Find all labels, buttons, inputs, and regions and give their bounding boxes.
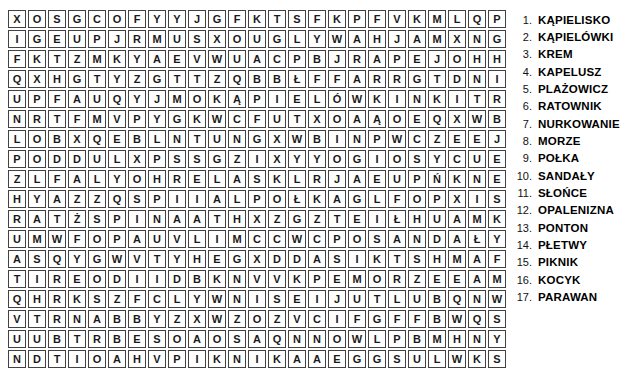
grid-cell-r10-c8[interactable]: P [148,190,166,208]
grid-cell-r10-c12[interactable]: L [228,190,246,208]
grid-cell-r4-c6[interactable]: Y [108,70,126,88]
grid-cell-r18-c22[interactable]: L [428,350,446,368]
grid-cell-r17-c23[interactable]: H [448,330,466,348]
grid-cell-r1-c16[interactable]: F [308,10,326,28]
grid-cell-r2-c1[interactable]: I [8,30,26,48]
grid-cell-r5-c4[interactable]: A [68,90,86,108]
grid-cell-r9-c21[interactable]: P [408,170,426,188]
grid-cell-r7-c19[interactable]: P [368,130,386,148]
grid-cell-r3-c22[interactable]: J [428,50,446,68]
grid-cell-r15-c15[interactable]: E [288,290,306,308]
grid-cell-r5-c15[interactable]: E [288,90,306,108]
grid-cell-r11-c20[interactable]: Ł [388,210,406,228]
grid-cell-r5-c8[interactable]: J [148,90,166,108]
grid-cell-r11-c4[interactable]: Ż [68,210,86,228]
grid-cell-r9-c3[interactable]: F [48,170,66,188]
grid-cell-r4-c12[interactable]: Q [228,70,246,88]
grid-cell-r5-c22[interactable]: K [428,90,446,108]
grid-cell-r1-c19[interactable]: F [368,10,386,28]
grid-cell-r12-c11[interactable]: I [208,230,226,248]
grid-cell-r10-c25[interactable]: S [488,190,506,208]
grid-cell-r17-c1[interactable]: U [8,330,26,348]
grid-cell-r7-c6[interactable]: E [108,130,126,148]
grid-cell-r3-c8[interactable]: A [148,50,166,68]
grid-cell-r2-c20[interactable]: J [388,30,406,48]
grid-cell-r8-c15[interactable]: Y [288,150,306,168]
grid-cell-r17-c11[interactable]: O [208,330,226,348]
grid-cell-r16-c17[interactable]: I [328,310,346,328]
grid-cell-r17-c13[interactable]: A [248,330,266,348]
grid-cell-r13-c19[interactable]: K [368,250,386,268]
grid-cell-r3-c6[interactable]: K [108,50,126,68]
grid-cell-r13-c10[interactable]: H [188,250,206,268]
grid-cell-r7-c13[interactable]: G [248,130,266,148]
grid-cell-r4-c17[interactable]: F [328,70,346,88]
grid-cell-r16-c20[interactable]: F [388,310,406,328]
grid-cell-r14-c24[interactable]: A [468,270,486,288]
grid-cell-r12-c18[interactable]: O [348,230,366,248]
grid-cell-r6-c22[interactable]: Q [428,110,446,128]
grid-cell-r2-c25[interactable]: G [488,30,506,48]
grid-cell-r7-c1[interactable]: L [8,130,26,148]
grid-cell-r13-c12[interactable]: G [228,250,246,268]
grid-cell-r6-c24[interactable]: W [468,110,486,128]
grid-cell-r4-c13[interactable]: B [248,70,266,88]
grid-cell-r1-c7[interactable]: F [128,10,146,28]
grid-cell-r10-c21[interactable]: O [408,190,426,208]
grid-cell-r16-c5[interactable]: A [88,310,106,328]
grid-cell-r8-c19[interactable]: I [368,150,386,168]
grid-cell-r16-c24[interactable]: Q [468,310,486,328]
grid-cell-r9-c15[interactable]: L [288,170,306,188]
grid-cell-r9-c14[interactable]: K [268,170,286,188]
grid-cell-r16-c7[interactable]: B [128,310,146,328]
grid-cell-r7-c17[interactable]: I [328,130,346,148]
grid-cell-r15-c13[interactable]: I [248,290,266,308]
grid-cell-r4-c15[interactable]: Ł [288,70,306,88]
grid-cell-r9-c25[interactable]: E [488,170,506,188]
grid-cell-r9-c20[interactable]: U [388,170,406,188]
grid-cell-r14-c17[interactable]: E [328,270,346,288]
grid-cell-r1-c4[interactable]: G [68,10,86,28]
grid-cell-r14-c14[interactable]: V [268,270,286,288]
grid-cell-r2-c9[interactable]: U [168,30,186,48]
grid-cell-r1-c24[interactable]: Q [468,10,486,28]
grid-cell-r10-c4[interactable]: Z [68,190,86,208]
grid-cell-r4-c5[interactable]: T [88,70,106,88]
grid-cell-r11-c15[interactable]: G [288,210,306,228]
grid-cell-r6-c15[interactable]: T [288,110,306,128]
grid-cell-r13-c16[interactable]: A [308,250,326,268]
grid-cell-r14-c11[interactable]: K [208,270,226,288]
grid-cell-r1-c11[interactable]: G [208,10,226,28]
grid-cell-r16-c4[interactable]: N [68,310,86,328]
grid-cell-r13-c3[interactable]: Q [48,250,66,268]
grid-cell-r12-c23[interactable]: A [448,230,466,248]
grid-cell-r2-c2[interactable]: G [28,30,46,48]
grid-cell-r15-c14[interactable]: S [268,290,286,308]
grid-cell-r11-c16[interactable]: Z [308,210,326,228]
grid-cell-r16-c23[interactable]: W [448,310,466,328]
grid-cell-r12-c3[interactable]: W [48,230,66,248]
grid-cell-r8-c18[interactable]: G [348,150,366,168]
grid-cell-r17-c9[interactable]: O [168,330,186,348]
grid-cell-r12-c25[interactable]: Y [488,230,506,248]
grid-cell-r17-c18[interactable]: W [348,330,366,348]
grid-cell-r9-c19[interactable]: E [368,170,386,188]
grid-cell-r5-c17[interactable]: Ó [328,90,346,108]
grid-cell-r6-c7[interactable]: P [128,110,146,128]
grid-cell-r10-c13[interactable]: P [248,190,266,208]
grid-cell-r12-c21[interactable]: N [408,230,426,248]
grid-cell-r1-c5[interactable]: C [88,10,106,28]
grid-cell-r12-c6[interactable]: P [108,230,126,248]
grid-cell-r4-c16[interactable]: F [308,70,326,88]
grid-cell-r6-c11[interactable]: W [208,110,226,128]
grid-cell-r15-c24[interactable]: N [468,290,486,308]
grid-cell-r11-c2[interactable]: A [28,210,46,228]
grid-cell-r9-c10[interactable]: E [188,170,206,188]
grid-cell-r6-c20[interactable]: O [388,110,406,128]
grid-cell-r7-c16[interactable]: B [308,130,326,148]
grid-cell-r11-c12[interactable]: H [228,210,246,228]
grid-cell-r5-c6[interactable]: Q [108,90,126,108]
grid-cell-r7-c5[interactable]: Q [88,130,106,148]
grid-cell-r10-c5[interactable]: Z [88,190,106,208]
grid-cell-r11-c24[interactable]: M [468,210,486,228]
grid-cell-r13-c25[interactable]: F [488,250,506,268]
grid-cell-r10-c19[interactable]: L [368,190,386,208]
grid-cell-r14-c2[interactable]: I [28,270,46,288]
grid-cell-r5-c3[interactable]: F [48,90,66,108]
grid-cell-r16-c13[interactable]: O [248,310,266,328]
grid-cell-r6-c19[interactable]: Ą [368,110,386,128]
grid-cell-r12-c14[interactable]: C [268,230,286,248]
grid-cell-r9-c18[interactable]: A [348,170,366,188]
grid-cell-r11-c3[interactable]: T [48,210,66,228]
grid-cell-r1-c15[interactable]: S [288,10,306,28]
grid-cell-r2-c19[interactable]: H [368,30,386,48]
grid-cell-r7-c22[interactable]: Z [428,130,446,148]
grid-cell-r8-c14[interactable]: X [268,150,286,168]
grid-cell-r1-c6[interactable]: O [108,10,126,28]
grid-cell-r10-c15[interactable]: Ł [288,190,306,208]
grid-cell-r5-c10[interactable]: O [188,90,206,108]
grid-cell-r11-c13[interactable]: X [248,210,266,228]
grid-cell-r1-c20[interactable]: V [388,10,406,28]
grid-cell-r3-c1[interactable]: F [8,50,26,68]
grid-cell-r13-c22[interactable]: H [428,250,446,268]
grid-cell-r9-c17[interactable]: J [328,170,346,188]
grid-cell-r9-c12[interactable]: A [228,170,246,188]
grid-cell-r9-c11[interactable]: L [208,170,226,188]
grid-cell-r2-c23[interactable]: X [448,30,466,48]
grid-cell-r11-c6[interactable]: P [108,210,126,228]
grid-cell-r10-c23[interactable]: X [448,190,466,208]
grid-cell-r16-c9[interactable]: Z [168,310,186,328]
grid-cell-r12-c7[interactable]: A [128,230,146,248]
grid-cell-r13-c13[interactable]: X [248,250,266,268]
grid-cell-r3-c10[interactable]: V [188,50,206,68]
grid-cell-r18-c25[interactable]: S [488,350,506,368]
grid-cell-r7-c20[interactable]: W [388,130,406,148]
grid-cell-r16-c1[interactable]: V [8,310,26,328]
grid-cell-r11-c8[interactable]: N [148,210,166,228]
grid-cell-r15-c7[interactable]: F [128,290,146,308]
grid-cell-r17-c5[interactable]: R [88,330,106,348]
grid-cell-r3-c4[interactable]: Z [68,50,86,68]
grid-cell-r3-c18[interactable]: R [348,50,366,68]
grid-cell-r2-c18[interactable]: A [348,30,366,48]
grid-cell-r18-c5[interactable]: O [88,350,106,368]
grid-cell-r6-c5[interactable]: M [88,110,106,128]
grid-cell-r16-c21[interactable]: F [408,310,426,328]
grid-cell-r16-c22[interactable]: B [428,310,446,328]
grid-cell-r9-c1[interactable]: Z [8,170,26,188]
grid-cell-r8-c22[interactable]: Y [428,150,446,168]
grid-cell-r17-c14[interactable]: Q [268,330,286,348]
grid-cell-r1-c10[interactable]: J [188,10,206,28]
grid-cell-r4-c3[interactable]: H [48,70,66,88]
grid-cell-r14-c10[interactable]: B [188,270,206,288]
grid-cell-r13-c15[interactable]: D [288,250,306,268]
grid-cell-r9-c13[interactable]: S [248,170,266,188]
grid-cell-r17-c7[interactable]: E [128,330,146,348]
grid-cell-r9-c6[interactable]: Y [108,170,126,188]
grid-cell-r9-c2[interactable]: L [28,170,46,188]
grid-cell-r8-c2[interactable]: O [28,150,46,168]
grid-cell-r10-c14[interactable]: O [268,190,286,208]
grid-cell-r10-c18[interactable]: G [348,190,366,208]
grid-cell-r18-c2[interactable]: D [28,350,46,368]
grid-cell-r16-c12[interactable]: Z [228,310,246,328]
grid-cell-r8-c21[interactable]: S [408,150,426,168]
grid-cell-r11-c21[interactable]: H [408,210,426,228]
grid-cell-r17-c10[interactable]: A [188,330,206,348]
grid-cell-r3-c17[interactable]: J [328,50,346,68]
grid-cell-r5-c24[interactable]: T [468,90,486,108]
grid-cell-r3-c21[interactable]: E [408,50,426,68]
grid-cell-r12-c9[interactable]: V [168,230,186,248]
grid-cell-r1-c18[interactable]: P [348,10,366,28]
grid-cell-r12-c8[interactable]: U [148,230,166,248]
grid-cell-r14-c25[interactable]: M [488,270,506,288]
grid-cell-r2-c6[interactable]: J [108,30,126,48]
grid-cell-r18-c6[interactable]: A [108,350,126,368]
grid-cell-r3-c2[interactable]: K [28,50,46,68]
grid-cell-r13-c17[interactable]: S [328,250,346,268]
grid-cell-r10-c9[interactable]: I [168,190,186,208]
grid-cell-r7-c15[interactable]: W [288,130,306,148]
grid-cell-r1-c17[interactable]: K [328,10,346,28]
grid-cell-r5-c11[interactable]: K [208,90,226,108]
grid-cell-r6-c6[interactable]: V [108,110,126,128]
grid-cell-r13-c1[interactable]: A [8,250,26,268]
grid-cell-r10-c1[interactable]: H [8,190,26,208]
grid-cell-r17-c17[interactable]: O [328,330,346,348]
grid-cell-r11-c18[interactable]: E [348,210,366,228]
grid-cell-r2-c12[interactable]: O [228,30,246,48]
grid-cell-r5-c9[interactable]: M [168,90,186,108]
grid-cell-r2-c10[interactable]: S [188,30,206,48]
grid-cell-r3-c12[interactable]: U [228,50,246,68]
grid-cell-r8-c4[interactable]: D [68,150,86,168]
grid-cell-r2-c7[interactable]: R [128,30,146,48]
grid-cell-r12-c5[interactable]: O [88,230,106,248]
grid-cell-r18-c23[interactable]: W [448,350,466,368]
grid-cell-r18-c11[interactable]: K [208,350,226,368]
grid-cell-r16-c16[interactable]: C [308,310,326,328]
grid-cell-r8-c16[interactable]: Y [308,150,326,168]
grid-cell-r4-c11[interactable]: Z [208,70,226,88]
grid-cell-r6-c18[interactable]: A [348,110,366,128]
grid-cell-r17-c15[interactable]: N [288,330,306,348]
grid-cell-r14-c1[interactable]: T [8,270,26,288]
grid-cell-r9-c16[interactable]: R [308,170,326,188]
grid-cell-r4-c22[interactable]: T [428,70,446,88]
grid-cell-r6-c21[interactable]: E [408,110,426,128]
grid-cell-r8-c12[interactable]: Z [228,150,246,168]
grid-cell-r15-c1[interactable]: Q [8,290,26,308]
grid-cell-r17-c24[interactable]: N [468,330,486,348]
grid-cell-r15-c12[interactable]: N [228,290,246,308]
grid-cell-r3-c25[interactable]: H [488,50,506,68]
grid-cell-r11-c11[interactable]: T [208,210,226,228]
grid-cell-r13-c18[interactable]: I [348,250,366,268]
grid-cell-r16-c19[interactable]: G [368,310,386,328]
grid-cell-r9-c24[interactable]: N [468,170,486,188]
grid-cell-r3-c15[interactable]: P [288,50,306,68]
grid-cell-r3-c13[interactable]: A [248,50,266,68]
grid-cell-r11-c25[interactable]: K [488,210,506,228]
grid-cell-r3-c19[interactable]: A [368,50,386,68]
grid-cell-r7-c2[interactable]: O [28,130,46,148]
grid-cell-r12-c24[interactable]: Ł [468,230,486,248]
grid-cell-r15-c4[interactable]: K [68,290,86,308]
grid-cell-r14-c4[interactable]: E [68,270,86,288]
grid-cell-r6-c23[interactable]: X [448,110,466,128]
grid-cell-r5-c23[interactable]: I [448,90,466,108]
grid-cell-r8-c25[interactable]: E [488,150,506,168]
grid-cell-r15-c20[interactable]: L [388,290,406,308]
grid-cell-r5-c12[interactable]: Ą [228,90,246,108]
grid-cell-r18-c20[interactable]: S [388,350,406,368]
grid-cell-r4-c21[interactable]: G [408,70,426,88]
grid-cell-r4-c24[interactable]: N [468,70,486,88]
grid-cell-r3-c20[interactable]: P [388,50,406,68]
grid-cell-r8-c13[interactable]: I [248,150,266,168]
grid-cell-r14-c20[interactable]: R [388,270,406,288]
grid-cell-r12-c15[interactable]: W [288,230,306,248]
grid-cell-r7-c14[interactable]: X [268,130,286,148]
grid-cell-r15-c23[interactable]: Q [448,290,466,308]
grid-cell-r8-c10[interactable]: S [188,150,206,168]
grid-cell-r6-c16[interactable]: X [308,110,326,128]
grid-cell-r1-c3[interactable]: S [48,10,66,28]
grid-cell-r2-c24[interactable]: N [468,30,486,48]
grid-cell-r14-c22[interactable]: E [428,270,446,288]
grid-cell-r17-c3[interactable]: B [48,330,66,348]
grid-cell-r11-c9[interactable]: A [168,210,186,228]
grid-cell-r1-c13[interactable]: K [248,10,266,28]
grid-cell-r10-c20[interactable]: F [388,190,406,208]
grid-cell-r14-c3[interactable]: R [48,270,66,288]
grid-cell-r3-c24[interactable]: H [468,50,486,68]
grid-cell-r6-c3[interactable]: T [48,110,66,128]
grid-cell-r17-c12[interactable]: S [228,330,246,348]
grid-cell-r9-c9[interactable]: R [168,170,186,188]
grid-cell-r5-c14[interactable]: I [268,90,286,108]
grid-cell-r10-c2[interactable]: Y [28,190,46,208]
grid-cell-r7-c8[interactable]: L [148,130,166,148]
grid-cell-r1-c1[interactable]: X [8,10,26,28]
grid-cell-r4-c7[interactable]: Z [128,70,146,88]
grid-cell-r4-c14[interactable]: B [268,70,286,88]
grid-cell-r13-c4[interactable]: Y [68,250,86,268]
grid-cell-r2-c8[interactable]: M [148,30,166,48]
grid-cell-r18-c9[interactable]: P [168,350,186,368]
grid-cell-r9-c8[interactable]: H [148,170,166,188]
grid-cell-r15-c22[interactable]: B [428,290,446,308]
grid-cell-r4-c9[interactable]: T [168,70,186,88]
grid-cell-r16-c14[interactable]: Z [268,310,286,328]
grid-cell-r8-c24[interactable]: U [468,150,486,168]
grid-cell-r1-c25[interactable]: P [488,10,506,28]
grid-cell-r12-c12[interactable]: M [228,230,246,248]
grid-cell-r5-c2[interactable]: P [28,90,46,108]
grid-cell-r16-c10[interactable]: X [188,310,206,328]
grid-cell-r4-c23[interactable]: D [448,70,466,88]
grid-cell-r8-c17[interactable]: O [328,150,346,168]
grid-cell-r13-c2[interactable]: S [28,250,46,268]
grid-cell-r1-c22[interactable]: M [428,10,446,28]
grid-cell-r17-c21[interactable]: B [408,330,426,348]
grid-cell-r2-c14[interactable]: G [268,30,286,48]
grid-cell-r13-c6[interactable]: W [108,250,126,268]
grid-cell-r18-c10[interactable]: I [188,350,206,368]
grid-cell-r2-c22[interactable]: M [428,30,446,48]
grid-cell-r8-c3[interactable]: D [48,150,66,168]
grid-cell-r17-c4[interactable]: T [68,330,86,348]
grid-cell-r18-c21[interactable]: U [408,350,426,368]
grid-cell-r2-c15[interactable]: L [288,30,306,48]
grid-cell-r1-c12[interactable]: F [228,10,246,28]
grid-cell-r14-c5[interactable]: O [88,270,106,288]
grid-cell-r12-c22[interactable]: D [428,230,446,248]
grid-cell-r1-c23[interactable]: L [448,10,466,28]
grid-cell-r11-c14[interactable]: Z [268,210,286,228]
grid-cell-r4-c25[interactable]: I [488,70,506,88]
grid-cell-r6-c4[interactable]: F [68,110,86,128]
grid-cell-r6-c1[interactable]: N [8,110,26,128]
grid-cell-r10-c17[interactable]: A [328,190,346,208]
grid-cell-r4-c4[interactable]: G [68,70,86,88]
grid-cell-r10-c24[interactable]: I [468,190,486,208]
grid-cell-r10-c16[interactable]: K [308,190,326,208]
grid-cell-r8-c5[interactable]: U [88,150,106,168]
grid-cell-r13-c23[interactable]: M [448,250,466,268]
grid-cell-r2-c5[interactable]: P [88,30,106,48]
grid-cell-r5-c5[interactable]: U [88,90,106,108]
grid-cell-r8-c9[interactable]: S [168,150,186,168]
grid-cell-r5-c19[interactable]: K [368,90,386,108]
grid-cell-r11-c22[interactable]: U [428,210,446,228]
grid-cell-r15-c18[interactable]: U [348,290,366,308]
grid-cell-r16-c6[interactable]: B [108,310,126,328]
grid-cell-r5-c13[interactable]: P [248,90,266,108]
grid-cell-r1-c9[interactable]: Y [168,10,186,28]
grid-cell-r14-c12[interactable]: N [228,270,246,288]
